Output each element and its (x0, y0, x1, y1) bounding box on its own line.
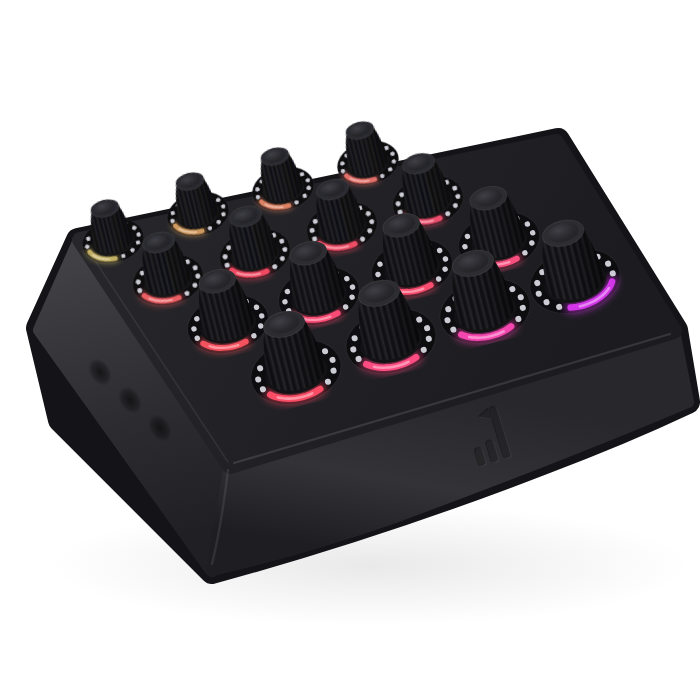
midi-controller (0, 0, 700, 700)
product-photo (0, 0, 700, 700)
